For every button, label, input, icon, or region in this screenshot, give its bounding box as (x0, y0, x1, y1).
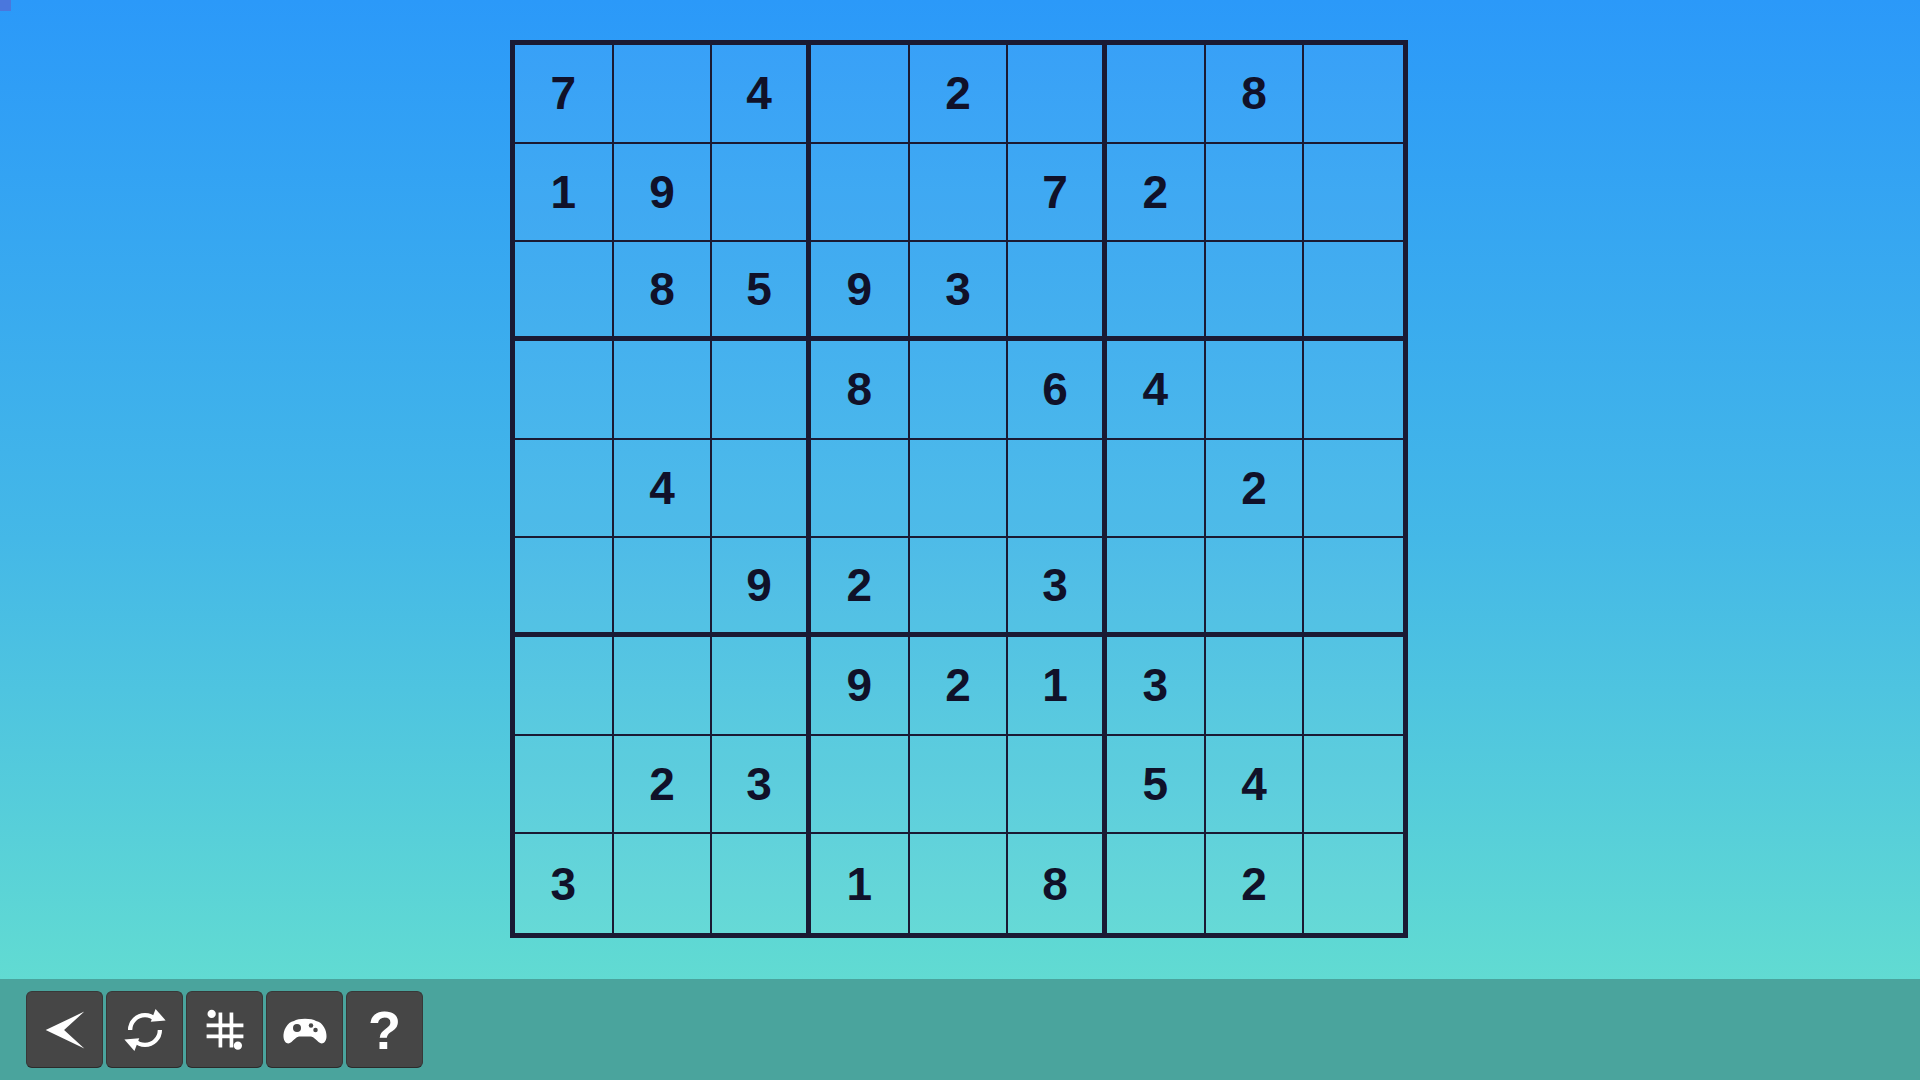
cell-r2c7[interactable]: 2 (1107, 144, 1206, 243)
cell-r7c9[interactable] (1304, 637, 1403, 736)
cell-r3c8[interactable] (1206, 242, 1305, 341)
cell-r7c4[interactable]: 9 (811, 637, 910, 736)
refresh-icon (121, 1006, 169, 1054)
cell-r4c4[interactable]: 8 (811, 341, 910, 440)
cell-r6c6[interactable]: 3 (1008, 538, 1107, 637)
cell-r6c9[interactable] (1304, 538, 1403, 637)
cell-r1c7[interactable] (1107, 45, 1206, 144)
sudoku-board: 74281972859386442923921323543182 (510, 40, 1408, 938)
cell-r5c1[interactable] (515, 440, 614, 539)
cell-r1c3[interactable]: 4 (712, 45, 811, 144)
cell-r2c6[interactable]: 7 (1008, 144, 1107, 243)
cell-r7c5[interactable]: 2 (910, 637, 1009, 736)
cell-r1c8[interactable]: 8 (1206, 45, 1305, 144)
given-digit: 1 (847, 861, 873, 907)
cell-r8c3[interactable]: 3 (712, 736, 811, 835)
cell-r5c8[interactable]: 2 (1206, 440, 1305, 539)
cell-r3c4[interactable]: 9 (811, 242, 910, 341)
cell-r4c1[interactable] (515, 341, 614, 440)
given-digit: 2 (649, 761, 675, 807)
gamepad-icon (280, 1005, 330, 1055)
given-digit: 9 (847, 662, 873, 708)
cell-r3c1[interactable] (515, 242, 614, 341)
cell-r1c9[interactable] (1304, 45, 1403, 144)
given-digit: 3 (551, 861, 577, 907)
given-digit: 2 (847, 562, 873, 608)
cell-r4c5[interactable] (910, 341, 1009, 440)
cell-r8c4[interactable] (811, 736, 910, 835)
cell-r5c6[interactable] (1008, 440, 1107, 539)
cell-r9c9[interactable] (1304, 834, 1403, 933)
cell-r8c7[interactable]: 5 (1107, 736, 1206, 835)
cell-r7c2[interactable] (614, 637, 713, 736)
given-digit: 7 (551, 70, 577, 116)
given-digit: 8 (1241, 70, 1267, 116)
cell-r8c9[interactable] (1304, 736, 1403, 835)
toolbar: ? (26, 991, 423, 1068)
given-digit: 9 (649, 169, 675, 215)
given-digit: 6 (1042, 366, 1068, 412)
cell-r2c3[interactable] (712, 144, 811, 243)
cell-r3c5[interactable]: 3 (910, 242, 1009, 341)
cell-r9c4[interactable]: 1 (811, 834, 910, 933)
given-digit: 9 (847, 266, 873, 312)
cell-r7c3[interactable] (712, 637, 811, 736)
cell-r2c9[interactable] (1304, 144, 1403, 243)
restart-button[interactable] (106, 991, 183, 1068)
sudoku-grid-icon (202, 1007, 248, 1053)
cell-r9c6[interactable]: 8 (1008, 834, 1107, 933)
cell-r1c1[interactable]: 7 (515, 45, 614, 144)
cell-r2c2[interactable]: 9 (614, 144, 713, 243)
given-digit: 2 (1143, 169, 1169, 215)
given-digit: 2 (945, 662, 971, 708)
cell-r5c3[interactable] (712, 440, 811, 539)
cell-r4c7[interactable]: 4 (1107, 341, 1206, 440)
cell-r6c2[interactable] (614, 538, 713, 637)
cell-r1c4[interactable] (811, 45, 910, 144)
cell-r6c4[interactable]: 2 (811, 538, 910, 637)
given-digit: 5 (746, 266, 772, 312)
cell-r5c5[interactable] (910, 440, 1009, 539)
cell-r5c2[interactable]: 4 (614, 440, 713, 539)
cell-r3c6[interactable] (1008, 242, 1107, 341)
back-button[interactable] (26, 991, 103, 1068)
cell-r4c2[interactable] (614, 341, 713, 440)
given-digit: 3 (746, 761, 772, 807)
cell-r9c3[interactable] (712, 834, 811, 933)
given-digit: 7 (1042, 169, 1068, 215)
given-digit: 3 (1042, 562, 1068, 608)
cell-r6c7[interactable] (1107, 538, 1206, 637)
cell-r2c8[interactable] (1206, 144, 1305, 243)
given-digit: 3 (945, 266, 971, 312)
given-digit: 2 (1241, 465, 1267, 511)
cell-r8c1[interactable] (515, 736, 614, 835)
corner-artifact (0, 0, 11, 11)
app-window: 74281972859386442923921323543182 (0, 0, 1920, 1080)
back-arrow-icon (42, 1007, 88, 1053)
given-digit: 8 (649, 266, 675, 312)
cell-r9c7[interactable] (1107, 834, 1206, 933)
cell-r9c1[interactable]: 3 (515, 834, 614, 933)
cell-r6c3[interactable]: 9 (712, 538, 811, 637)
cell-r5c7[interactable] (1107, 440, 1206, 539)
cell-r3c7[interactable] (1107, 242, 1206, 341)
cell-r4c6[interactable]: 6 (1008, 341, 1107, 440)
cell-r4c3[interactable] (712, 341, 811, 440)
new-puzzle-button[interactable] (186, 991, 263, 1068)
given-digit: 3 (1143, 662, 1169, 708)
cell-r9c8[interactable]: 2 (1206, 834, 1305, 933)
given-digit: 2 (1241, 861, 1267, 907)
cell-r5c4[interactable] (811, 440, 910, 539)
games-button[interactable] (266, 991, 343, 1068)
given-digit: 1 (551, 169, 577, 215)
given-digit: 9 (746, 562, 772, 608)
given-digit: 4 (649, 465, 675, 511)
given-digit: 8 (1042, 861, 1068, 907)
given-digit: 1 (1042, 662, 1068, 708)
given-digit: 4 (1143, 366, 1169, 412)
given-digit: 2 (945, 70, 971, 116)
cell-r8c6[interactable] (1008, 736, 1107, 835)
given-digit: 5 (1143, 761, 1169, 807)
cell-r1c5[interactable]: 2 (910, 45, 1009, 144)
cell-r7c7[interactable]: 3 (1107, 637, 1206, 736)
given-digit: 4 (746, 70, 772, 116)
cell-r7c6[interactable]: 1 (1008, 637, 1107, 736)
cell-r4c8[interactable] (1206, 341, 1305, 440)
cell-r2c5[interactable] (910, 144, 1009, 243)
cell-r8c2[interactable]: 2 (614, 736, 713, 835)
given-digit: 8 (847, 366, 873, 412)
cell-r8c8[interactable]: 4 (1206, 736, 1305, 835)
cell-r6c5[interactable] (910, 538, 1009, 637)
help-button[interactable]: ? (346, 991, 423, 1068)
cell-r3c9[interactable] (1304, 242, 1403, 341)
cell-r3c3[interactable]: 5 (712, 242, 811, 341)
cell-r8c5[interactable] (910, 736, 1009, 835)
given-digit: 4 (1241, 761, 1267, 807)
cell-r9c2[interactable] (614, 834, 713, 933)
cell-r3c2[interactable]: 8 (614, 242, 713, 341)
cell-r4c9[interactable] (1304, 341, 1403, 440)
cell-r9c5[interactable] (910, 834, 1009, 933)
cell-r7c1[interactable] (515, 637, 614, 736)
cell-r6c1[interactable] (515, 538, 614, 637)
cell-r5c9[interactable] (1304, 440, 1403, 539)
cell-r6c8[interactable] (1206, 538, 1305, 637)
cell-r2c1[interactable]: 1 (515, 144, 614, 243)
cell-r2c4[interactable] (811, 144, 910, 243)
cell-r1c2[interactable] (614, 45, 713, 144)
cell-r7c8[interactable] (1206, 637, 1305, 736)
question-mark-icon: ? (368, 1003, 401, 1057)
cell-r1c6[interactable] (1008, 45, 1107, 144)
